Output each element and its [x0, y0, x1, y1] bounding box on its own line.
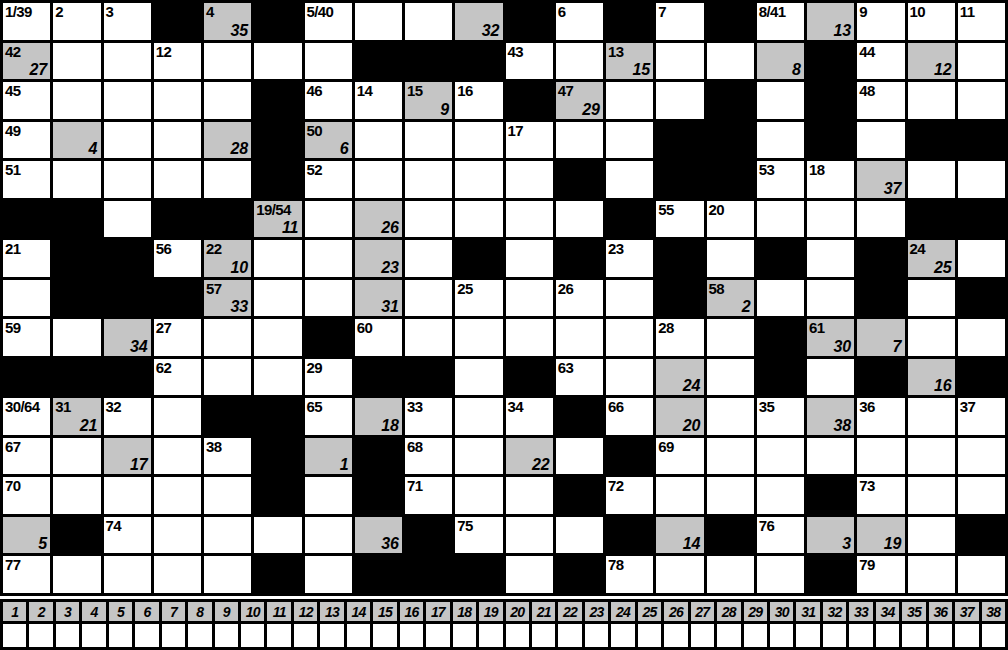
grid-cell[interactable] [958, 438, 1005, 475]
answer-letter-cell[interactable] [876, 624, 899, 647]
grid-cell[interactable] [506, 280, 553, 317]
grid-cell[interactable]: 30/64 [3, 398, 50, 435]
grid-cell[interactable] [204, 477, 251, 514]
answer-letter-cell[interactable] [770, 624, 793, 647]
grid-cell[interactable] [958, 477, 1005, 514]
grid-cell[interactable] [757, 280, 804, 317]
grid-cell[interactable]: 77 [3, 556, 50, 593]
grid-cell[interactable]: 38 [807, 398, 854, 435]
grid-cell[interactable] [455, 319, 502, 356]
grid-cell[interactable] [405, 319, 452, 356]
grid-cell[interactable]: 14 [656, 517, 703, 554]
grid-cell[interactable]: 5 [3, 517, 50, 554]
answer-index-cell: 7 [162, 602, 185, 621]
grid-cell[interactable]: 31 [355, 280, 402, 317]
grid-cell[interactable] [305, 477, 352, 514]
answer-letter-cell[interactable] [135, 624, 158, 647]
block-cell [807, 122, 854, 159]
answer-letter-cell[interactable] [849, 624, 872, 647]
grid-cell[interactable] [606, 280, 653, 317]
grid-cell[interactable]: 5733 [204, 280, 251, 317]
block-cell [254, 438, 301, 475]
grid-cell[interactable] [305, 240, 352, 277]
grid-cell[interactable]: 2210 [204, 240, 251, 277]
grid-cell[interactable]: 38 [204, 438, 251, 475]
grid-cell[interactable] [154, 556, 201, 593]
grid-cell[interactable] [556, 201, 603, 238]
grid-cell[interactable] [154, 477, 201, 514]
grid-cell[interactable]: 159 [405, 82, 452, 119]
grid-cell[interactable] [104, 43, 151, 80]
grid-cell[interactable] [958, 319, 1005, 356]
grid-cell[interactable]: 76 [757, 517, 804, 554]
answer-index-cell: 22 [558, 602, 581, 621]
grid-cell[interactable]: 2425 [908, 240, 955, 277]
grid-cell[interactable] [807, 359, 854, 396]
grid-cell[interactable] [908, 438, 955, 475]
grid-cell[interactable] [807, 240, 854, 277]
grid-cell[interactable] [355, 3, 402, 40]
answer-letter-cell[interactable] [29, 624, 52, 647]
grid-cell[interactable]: 1315 [606, 43, 653, 80]
grid-cell[interactable]: 7 [656, 3, 703, 40]
answer-letter-cell[interactable] [982, 624, 1005, 647]
answer-letter-cell[interactable] [611, 624, 634, 647]
grid-cell[interactable] [53, 161, 100, 198]
grid-cell[interactable] [254, 240, 301, 277]
grid-cell[interactable] [707, 359, 754, 396]
grid-cell[interactable] [958, 43, 1005, 80]
grid-cell[interactable] [757, 122, 804, 159]
answer-letter-cell[interactable] [320, 624, 343, 647]
answer-letter-cell[interactable] [267, 624, 290, 647]
grid-cell[interactable] [606, 122, 653, 159]
grid-cell[interactable]: 26 [556, 280, 603, 317]
grid-cell[interactable] [104, 201, 151, 238]
clue-number: 32 [106, 398, 122, 415]
grid-cell[interactable]: 19 [857, 517, 904, 554]
answer-letter-cell[interactable] [638, 624, 661, 647]
grid-cell[interactable] [305, 201, 352, 238]
grid-cell[interactable] [405, 201, 452, 238]
grid-cell[interactable] [606, 161, 653, 198]
grid-cell[interactable]: 63 [556, 359, 603, 396]
grid-cell[interactable]: 71 [405, 477, 452, 514]
grid-cell[interactable] [455, 161, 502, 198]
answer-index-cell: 19 [479, 602, 502, 621]
grid-cell[interactable]: 20 [707, 201, 754, 238]
answer-letter-cell[interactable] [56, 624, 79, 647]
grid-cell[interactable] [204, 319, 251, 356]
cipher-number: 18 [381, 417, 399, 435]
grid-cell[interactable] [506, 240, 553, 277]
grid-cell[interactable] [707, 240, 754, 277]
grid-cell[interactable] [606, 319, 653, 356]
grid-cell[interactable]: 4 [53, 122, 100, 159]
grid-cell[interactable] [455, 201, 502, 238]
grid-cell[interactable] [506, 319, 553, 356]
grid-cell[interactable]: 17 [104, 438, 151, 475]
grid-cell[interactable]: 19/5411 [254, 201, 301, 238]
cipher-number: 6 [340, 140, 349, 158]
grid-cell[interactable] [556, 122, 603, 159]
grid-cell[interactable] [455, 122, 502, 159]
grid-cell[interactable] [908, 82, 955, 119]
grid-cell[interactable] [154, 82, 201, 119]
grid-cell[interactable] [355, 161, 402, 198]
grid-cell[interactable] [707, 319, 754, 356]
grid-cell[interactable]: 69 [656, 438, 703, 475]
cipher-number: 27 [29, 61, 47, 79]
grid-cell[interactable]: 23 [606, 240, 653, 277]
grid-cell[interactable] [908, 517, 955, 554]
grid-cell[interactable] [53, 319, 100, 356]
cipher-number: 7 [893, 338, 902, 356]
grid-cell[interactable] [204, 359, 251, 396]
grid-cell[interactable] [104, 82, 151, 119]
grid-cell[interactable]: 10 [908, 3, 955, 40]
answer-letter-cell[interactable] [347, 624, 370, 647]
answer-letter-cell[interactable] [294, 624, 317, 647]
answer-letter-cell[interactable] [426, 624, 449, 647]
grid-cell[interactable] [556, 517, 603, 554]
grid-cell[interactable] [3, 280, 50, 317]
answer-letter-cell[interactable] [162, 624, 185, 647]
grid-cell[interactable] [254, 359, 301, 396]
grid-cell[interactable]: 18 [355, 398, 402, 435]
grid-cell[interactable]: 14 [355, 82, 402, 119]
grid-cell[interactable]: 37 [958, 398, 1005, 435]
grid-cell[interactable] [908, 477, 955, 514]
grid-cell[interactable]: 43 [506, 43, 553, 80]
clue-number: 67 [5, 438, 21, 455]
grid-cell[interactable] [707, 556, 754, 593]
grid-cell[interactable] [405, 3, 452, 40]
grid-cell[interactable]: 17 [506, 122, 553, 159]
grid-cell[interactable] [908, 398, 955, 435]
grid-cell[interactable] [254, 280, 301, 317]
block-cell [405, 556, 452, 593]
grid-cell[interactable]: 49 [3, 122, 50, 159]
clue-number: 29 [307, 359, 323, 376]
cipher-number: 19 [884, 535, 902, 553]
grid-cell[interactable]: 12 [908, 43, 955, 80]
grid-cell[interactable] [104, 161, 151, 198]
grid-cell[interactable]: 73 [857, 477, 904, 514]
grid-cell[interactable]: 36 [857, 398, 904, 435]
grid-cell[interactable] [908, 161, 955, 198]
grid-cell[interactable] [305, 556, 352, 593]
cipher-number: 1 [340, 456, 349, 474]
grid-cell[interactable] [757, 556, 804, 593]
clue-number: 16 [457, 82, 473, 99]
clue-number: 15 [407, 82, 423, 99]
grid-cell[interactable] [305, 43, 352, 80]
answer-letter-cell[interactable] [902, 624, 925, 647]
grid-cell[interactable]: 29 [305, 359, 352, 396]
answer-letter-cell[interactable] [929, 624, 952, 647]
grid-cell[interactable]: 582 [707, 280, 754, 317]
grid-cell[interactable] [53, 438, 100, 475]
grid-cell[interactable]: 28 [656, 319, 703, 356]
grid-cell[interactable] [355, 122, 402, 159]
answer-letter-cell[interactable] [585, 624, 608, 647]
grid-cell[interactable]: 68 [405, 438, 452, 475]
answer-letter-cell[interactable] [955, 624, 978, 647]
grid-cell[interactable]: 45 [3, 82, 50, 119]
answer-letter-cell[interactable] [796, 624, 819, 647]
grid-cell[interactable] [455, 398, 502, 435]
grid-cell[interactable]: 59 [3, 319, 50, 356]
grid-cell[interactable] [556, 43, 603, 80]
grid-cell[interactable] [104, 477, 151, 514]
grid-cell[interactable] [204, 82, 251, 119]
grid-cell[interactable]: 3 [104, 3, 151, 40]
grid-cell[interactable] [154, 122, 201, 159]
grid-cell[interactable]: 75 [455, 517, 502, 554]
grid-cell[interactable] [556, 438, 603, 475]
grid-cell[interactable] [757, 82, 804, 119]
grid-cell[interactable]: 23 [355, 240, 402, 277]
answer-letter-cell[interactable] [82, 624, 105, 647]
grid-cell[interactable] [556, 319, 603, 356]
clue-number: 3 [106, 3, 114, 20]
grid-cell[interactable] [254, 43, 301, 80]
grid-cell[interactable]: 9 [857, 3, 904, 40]
grid-cell[interactable]: 53 [757, 161, 804, 198]
block-cell [305, 319, 352, 356]
clue-number: 13 [608, 43, 624, 60]
answer-letter-cell[interactable] [506, 624, 529, 647]
grid-cell[interactable] [908, 556, 955, 593]
grid-cell[interactable] [204, 161, 251, 198]
grid-cell[interactable]: 52 [305, 161, 352, 198]
grid-cell[interactable] [656, 43, 703, 80]
grid-cell[interactable]: 56 [154, 240, 201, 277]
clue-number: 20 [709, 201, 725, 218]
answer-letter-cell[interactable] [823, 624, 846, 647]
grid-cell[interactable] [506, 477, 553, 514]
answer-index-cell: 33 [849, 602, 872, 621]
grid-cell[interactable]: 1 [305, 438, 352, 475]
grid-cell[interactable] [154, 161, 201, 198]
grid-cell[interactable] [707, 438, 754, 475]
grid-cell[interactable]: 21 [3, 240, 50, 277]
answer-letter-cell[interactable] [188, 624, 211, 647]
grid-cell[interactable]: 60 [355, 319, 402, 356]
block-cell [455, 43, 502, 80]
clue-number: 46 [307, 82, 323, 99]
grid-cell[interactable]: 27 [154, 319, 201, 356]
grid-cell[interactable] [656, 477, 703, 514]
grid-cell[interactable]: 37 [857, 161, 904, 198]
grid-cell[interactable]: 44 [857, 43, 904, 80]
grid-cell[interactable]: 22 [506, 438, 553, 475]
answer-letter-cell[interactable] [532, 624, 555, 647]
answer-letter-cell[interactable] [479, 624, 502, 647]
answer-letter-cell[interactable] [744, 624, 767, 647]
grid-cell[interactable]: 74 [104, 517, 151, 554]
grid-cell[interactable] [707, 477, 754, 514]
grid-cell[interactable]: 70 [3, 477, 50, 514]
grid-cell[interactable]: 78 [606, 556, 653, 593]
grid-cell[interactable] [656, 556, 703, 593]
grid-cell[interactable] [908, 319, 955, 356]
block-cell [204, 398, 251, 435]
grid-cell[interactable] [958, 556, 1005, 593]
grid-cell[interactable]: 6130 [807, 319, 854, 356]
grid-cell[interactable]: 20 [656, 398, 703, 435]
answer-letter-cell[interactable] [109, 624, 132, 647]
clue-number: 6 [558, 3, 566, 20]
grid-cell[interactable] [405, 240, 452, 277]
block-cell [807, 477, 854, 514]
grid-cell[interactable] [455, 477, 502, 514]
grid-cell[interactable] [857, 438, 904, 475]
grid-cell[interactable] [405, 122, 452, 159]
grid-cell[interactable] [707, 43, 754, 80]
grid-cell[interactable] [606, 82, 653, 119]
grid-cell[interactable] [757, 477, 804, 514]
grid-cell[interactable]: 25 [455, 280, 502, 317]
grid-cell[interactable]: 72 [606, 477, 653, 514]
grid-cell[interactable]: 3 [807, 517, 854, 554]
clue-number: 36 [859, 398, 875, 415]
answer-letter-cell[interactable] [400, 624, 423, 647]
answer-letter-cell[interactable] [664, 624, 687, 647]
grid-cell[interactable] [807, 280, 854, 317]
answer-letter-cell[interactable] [241, 624, 264, 647]
grid-cell[interactable] [154, 517, 201, 554]
grid-cell[interactable]: 46 [305, 82, 352, 119]
grid-cell[interactable]: 2 [53, 3, 100, 40]
grid-cell[interactable]: 48 [857, 82, 904, 119]
grid-cell[interactable] [53, 477, 100, 514]
grid-cell[interactable]: 3121 [53, 398, 100, 435]
grid-cell[interactable] [707, 398, 754, 435]
grid-cell[interactable]: 12 [154, 43, 201, 80]
grid-cell[interactable]: 16 [455, 82, 502, 119]
cipher-number: 16 [934, 377, 952, 395]
grid-cell[interactable]: 24 [656, 359, 703, 396]
grid-cell[interactable] [53, 556, 100, 593]
grid-cell[interactable]: 7 [857, 319, 904, 356]
answer-letter-cell[interactable] [717, 624, 740, 647]
clue-number: 12 [156, 43, 172, 60]
grid-cell[interactable] [506, 556, 553, 593]
grid-cell[interactable] [204, 517, 251, 554]
grid-cell[interactable] [305, 280, 352, 317]
grid-cell[interactable] [104, 122, 151, 159]
grid-cell[interactable]: 18 [807, 161, 854, 198]
grid-cell[interactable]: 35 [757, 398, 804, 435]
grid-cell[interactable] [305, 517, 352, 554]
answer-letter-cell[interactable] [373, 624, 396, 647]
grid-cell[interactable]: 65 [305, 398, 352, 435]
grid-cell[interactable] [104, 556, 151, 593]
grid-cell[interactable] [254, 517, 301, 554]
grid-cell[interactable] [506, 201, 553, 238]
grid-cell[interactable] [254, 319, 301, 356]
grid-cell[interactable] [958, 161, 1005, 198]
grid-cell[interactable]: 66 [606, 398, 653, 435]
grid-cell[interactable] [506, 517, 553, 554]
answer-letter-cell[interactable] [691, 624, 714, 647]
answer-letter-cell[interactable] [215, 624, 238, 647]
block-cell [154, 280, 201, 317]
answer-index-cell: 24 [611, 602, 634, 621]
grid-cell[interactable] [204, 556, 251, 593]
answer-index-cell: 37 [955, 602, 978, 621]
cipher-number: 15 [632, 61, 650, 79]
grid-cell[interactable] [757, 438, 804, 475]
grid-cell[interactable]: 34 [104, 319, 151, 356]
grid-cell[interactable]: 26 [355, 201, 402, 238]
grid-cell[interactable] [656, 82, 703, 119]
grid-cell[interactable] [405, 161, 452, 198]
grid-cell[interactable]: 79 [857, 556, 904, 593]
grid-cell[interactable]: 1/39 [3, 3, 50, 40]
grid-cell[interactable]: 55 [656, 201, 703, 238]
grid-cell[interactable] [807, 201, 854, 238]
grid-cell[interactable]: 5/40 [305, 3, 352, 40]
grid-cell[interactable] [857, 122, 904, 159]
grid-cell[interactable]: 6 [556, 3, 603, 40]
grid-cell[interactable] [908, 280, 955, 317]
grid-cell[interactable] [53, 82, 100, 119]
grid-cell[interactable]: 4729 [556, 82, 603, 119]
grid-cell[interactable] [506, 161, 553, 198]
grid-cell[interactable] [606, 359, 653, 396]
grid-cell[interactable]: 13 [807, 3, 854, 40]
grid-cell[interactable] [405, 280, 452, 317]
grid-cell[interactable]: 33 [405, 398, 452, 435]
grid-cell[interactable]: 28 [204, 122, 251, 159]
answer-letter-cell[interactable] [558, 624, 581, 647]
grid-cell[interactable]: 36 [355, 517, 402, 554]
grid-cell[interactable]: 8/41 [757, 3, 804, 40]
grid-cell[interactable]: 34 [506, 398, 553, 435]
grid-cell[interactable]: 8 [757, 43, 804, 80]
grid-cell[interactable]: 32 [104, 398, 151, 435]
answer-letter-cell[interactable] [453, 624, 476, 647]
grid-cell[interactable] [154, 398, 201, 435]
grid-cell[interactable]: 506 [305, 122, 352, 159]
grid-cell[interactable] [455, 438, 502, 475]
grid-cell[interactable]: 435 [204, 3, 251, 40]
block-cell [908, 201, 955, 238]
grid-cell[interactable]: 62 [154, 359, 201, 396]
grid-cell[interactable]: 32 [455, 3, 502, 40]
cipher-number: 5 [38, 535, 47, 553]
grid-cell[interactable]: 67 [3, 438, 50, 475]
grid-cell[interactable] [204, 43, 251, 80]
grid-cell[interactable] [958, 240, 1005, 277]
grid-cell[interactable]: 16 [908, 359, 955, 396]
grid-cell[interactable] [154, 438, 201, 475]
answer-letter-cell[interactable] [3, 624, 26, 647]
grid-cell[interactable] [53, 43, 100, 80]
grid-cell[interactable]: 4227 [3, 43, 50, 80]
grid-cell[interactable] [455, 359, 502, 396]
grid-cell[interactable] [807, 438, 854, 475]
grid-cell[interactable]: 51 [3, 161, 50, 198]
grid-cell[interactable] [757, 201, 804, 238]
grid-cell[interactable]: 11 [958, 3, 1005, 40]
grid-cell[interactable] [958, 82, 1005, 119]
grid-cell[interactable] [857, 201, 904, 238]
answer-index-cell: 28 [717, 602, 740, 621]
